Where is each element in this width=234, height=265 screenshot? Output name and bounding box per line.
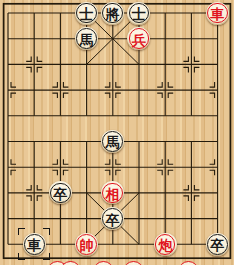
piece-red-elephant[interactable]: 相 <box>101 181 124 204</box>
red-elephant-glyph: 相 <box>106 186 120 200</box>
board-point-6-5[interactable] <box>152 129 178 155</box>
board-point-7-2[interactable] <box>178 52 204 78</box>
board-point-8-5[interactable] <box>204 129 230 155</box>
black-soldier-glyph: 卒 <box>53 186 67 200</box>
board-point-3-7[interactable] <box>73 180 99 206</box>
board-point-2-7[interactable]: 卒 <box>47 180 73 206</box>
board-point-3-2[interactable] <box>73 52 99 78</box>
board-point-0-6[interactable] <box>0 154 21 180</box>
red-soldier-glyph: 兵 <box>132 32 146 46</box>
board-point-6-4[interactable] <box>152 103 178 129</box>
black-advisor-glyph: 士 <box>80 7 94 21</box>
black-horse-glyph: 馬 <box>80 32 94 46</box>
board-point-5-6[interactable] <box>126 154 152 180</box>
piece-red-soldier[interactable]: 兵 <box>127 27 150 50</box>
board-point-0-2[interactable] <box>0 52 21 78</box>
board-point-7-1[interactable] <box>178 26 204 52</box>
board-point-2-3[interactable] <box>47 77 73 103</box>
board-point-7-0[interactable] <box>178 0 204 26</box>
piece-black-soldier[interactable]: 卒 <box>206 233 229 256</box>
black-chariot-glyph: 車 <box>27 238 41 252</box>
board-point-2-8[interactable] <box>47 206 73 232</box>
board-point-8-7[interactable] <box>204 180 230 206</box>
board-point-5-9[interactable] <box>126 231 152 257</box>
board-point-8-2[interactable] <box>204 52 230 78</box>
piece-black-horse[interactable]: 馬 <box>75 27 98 50</box>
black-horse-glyph: 馬 <box>106 135 120 149</box>
board-point-5-0[interactable]: 士 <box>126 0 152 26</box>
board-point-6-3[interactable] <box>152 77 178 103</box>
black-general-glyph: 將 <box>106 7 120 21</box>
board-point-3-4[interactable] <box>73 103 99 129</box>
board-point-1-3[interactable] <box>21 77 47 103</box>
board-point-1-5[interactable] <box>21 129 47 155</box>
board-point-4-2[interactable] <box>100 52 126 78</box>
board-point-4-9[interactable] <box>100 231 126 257</box>
xiangqi-board[interactable]: 士將士車馬兵馬卒相卒車帥炮卒 <box>0 0 234 265</box>
board-point-7-3[interactable] <box>178 77 204 103</box>
board-point-3-1[interactable]: 馬 <box>73 26 99 52</box>
board-point-7-8[interactable] <box>178 206 204 232</box>
board-point-1-9[interactable]: 車 <box>21 231 47 257</box>
piece-black-advisor[interactable]: 士 <box>75 2 98 25</box>
board-point-5-2[interactable] <box>126 52 152 78</box>
black-advisor-glyph: 士 <box>132 7 146 21</box>
board-point-0-9[interactable] <box>0 231 21 257</box>
board-point-7-4[interactable] <box>178 103 204 129</box>
board-point-1-7[interactable] <box>21 180 47 206</box>
board-point-3-6[interactable] <box>73 154 99 180</box>
board-point-8-6[interactable] <box>204 154 230 180</box>
piece-black-advisor[interactable]: 士 <box>127 2 150 25</box>
board-points: 士將士車馬兵馬卒相卒車帥炮卒 <box>0 0 231 257</box>
piece-black-soldier[interactable]: 卒 <box>49 181 72 204</box>
piece-black-general[interactable]: 將 <box>101 2 124 25</box>
board-point-0-0[interactable] <box>0 0 21 26</box>
board-point-8-3[interactable] <box>204 77 230 103</box>
board-point-0-7[interactable] <box>0 180 21 206</box>
board-point-4-5[interactable]: 馬 <box>100 129 126 155</box>
board-point-5-5[interactable] <box>126 129 152 155</box>
board-point-4-0[interactable]: 將 <box>100 0 126 26</box>
board-point-1-0[interactable] <box>21 0 47 26</box>
board-point-2-5[interactable] <box>47 129 73 155</box>
board-point-5-1[interactable]: 兵 <box>126 26 152 52</box>
board-point-0-3[interactable] <box>0 77 21 103</box>
piece-black-horse[interactable]: 馬 <box>101 130 124 153</box>
board-point-8-0[interactable]: 車 <box>204 0 230 26</box>
board-point-6-7[interactable] <box>152 180 178 206</box>
board-point-7-9[interactable] <box>178 231 204 257</box>
board-point-1-8[interactable] <box>21 206 47 232</box>
red-cannon-glyph: 炮 <box>158 238 172 252</box>
board-point-8-1[interactable] <box>204 26 230 52</box>
board-point-2-0[interactable] <box>47 0 73 26</box>
board-point-3-5[interactable] <box>73 129 99 155</box>
board-point-6-1[interactable] <box>152 26 178 52</box>
board-point-4-4[interactable] <box>100 103 126 129</box>
board-point-0-1[interactable] <box>0 26 21 52</box>
board-point-4-8[interactable]: 卒 <box>100 206 126 232</box>
board-point-2-1[interactable] <box>47 26 73 52</box>
board-point-6-2[interactable] <box>152 52 178 78</box>
board-point-8-4[interactable] <box>204 103 230 129</box>
board-point-1-2[interactable] <box>21 52 47 78</box>
board-point-3-8[interactable] <box>73 206 99 232</box>
piece-black-chariot[interactable]: 車 <box>23 233 46 256</box>
board-point-5-8[interactable] <box>126 206 152 232</box>
board-point-5-4[interactable] <box>126 103 152 129</box>
board-point-4-1[interactable] <box>100 26 126 52</box>
piece-red-general[interactable]: 帥 <box>75 233 98 256</box>
board-point-6-6[interactable] <box>152 154 178 180</box>
board-point-2-9[interactable] <box>47 231 73 257</box>
board-point-6-0[interactable] <box>152 0 178 26</box>
board-point-3-0[interactable]: 士 <box>73 0 99 26</box>
board-point-4-6[interactable] <box>100 154 126 180</box>
board-point-7-5[interactable] <box>178 129 204 155</box>
board-point-7-7[interactable] <box>178 180 204 206</box>
board-point-5-3[interactable] <box>126 77 152 103</box>
board-point-4-3[interactable] <box>100 77 126 103</box>
board-point-2-6[interactable] <box>47 154 73 180</box>
board-point-1-6[interactable] <box>21 154 47 180</box>
board-point-3-9[interactable]: 帥 <box>73 231 99 257</box>
board-point-1-1[interactable] <box>21 26 47 52</box>
red-general-glyph: 帥 <box>80 238 94 252</box>
board-point-0-8[interactable] <box>0 206 21 232</box>
piece-black-soldier[interactable]: 卒 <box>101 207 124 230</box>
board-point-0-5[interactable] <box>0 129 21 155</box>
board-point-8-9[interactable]: 卒 <box>204 231 230 257</box>
board-point-4-7[interactable]: 相 <box>100 180 126 206</box>
board-point-2-4[interactable] <box>47 103 73 129</box>
board-point-3-3[interactable] <box>73 77 99 103</box>
piece-red-cannon[interactable]: 炮 <box>154 233 177 256</box>
board-point-5-7[interactable] <box>126 180 152 206</box>
board-point-6-8[interactable] <box>152 206 178 232</box>
board-point-6-9[interactable]: 炮 <box>152 231 178 257</box>
board-point-1-4[interactable] <box>21 103 47 129</box>
board-point-8-8[interactable] <box>204 206 230 232</box>
board-point-0-4[interactable] <box>0 103 21 129</box>
board-point-2-2[interactable] <box>47 52 73 78</box>
piece-red-chariot[interactable]: 車 <box>206 2 229 25</box>
black-soldier-glyph: 卒 <box>211 238 225 252</box>
black-soldier-glyph: 卒 <box>106 212 120 226</box>
board-point-7-6[interactable] <box>178 154 204 180</box>
red-chariot-glyph: 車 <box>211 7 225 21</box>
